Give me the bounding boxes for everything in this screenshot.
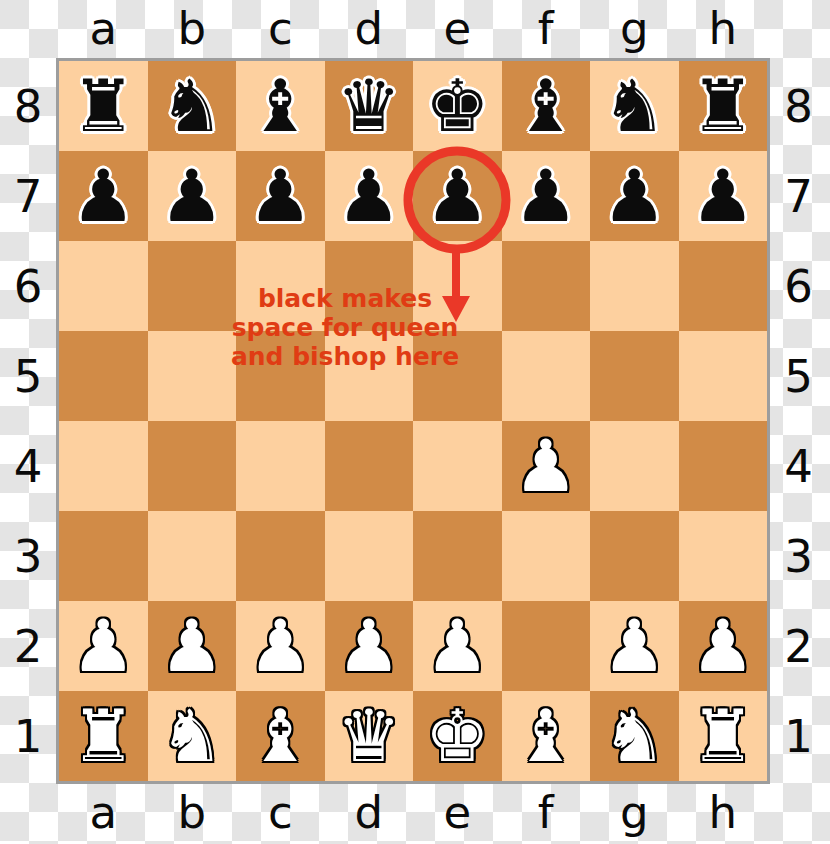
rank-label-right-1: 1: [767, 691, 830, 781]
white-pawn[interactable]: ♟: [513, 430, 578, 502]
annotation-line-1: black makes: [190, 284, 500, 313]
file-label-bottom-c: c: [236, 783, 325, 841]
square-e1[interactable]: ♚: [413, 691, 502, 781]
file-label-bottom-b: b: [148, 783, 237, 841]
rank-label-right-6: 6: [767, 241, 830, 331]
rank-label-left-1: 1: [0, 691, 56, 781]
white-pawn[interactable]: ♟: [425, 610, 490, 682]
file-label-top-e: e: [413, 0, 502, 57]
rank-label-right-5: 5: [767, 331, 830, 421]
rank-label-right-8: 8: [767, 61, 830, 151]
square-c8[interactable]: ♝: [236, 61, 325, 151]
file-label-bottom-d: d: [325, 783, 414, 841]
rank-labels-left: 87654321: [0, 61, 56, 781]
annotation-line-2: space for queen: [190, 313, 500, 342]
white-queen[interactable]: ♛: [336, 700, 401, 772]
square-g7[interactable]: ♟: [590, 151, 679, 241]
white-rook[interactable]: ♜: [71, 700, 136, 772]
black-pawn[interactable]: ♟: [690, 160, 755, 232]
square-f3[interactable]: [502, 511, 591, 601]
rank-label-right-2: 2: [767, 601, 830, 691]
square-c7[interactable]: ♟: [236, 151, 325, 241]
square-c3[interactable]: [236, 511, 325, 601]
square-f5[interactable]: [502, 331, 591, 421]
square-d2[interactable]: ♟: [325, 601, 414, 691]
square-b7[interactable]: ♟: [148, 151, 237, 241]
rank-label-left-8: 8: [0, 61, 56, 151]
annotation-text: black makes space for queen and bishop h…: [190, 284, 500, 371]
white-bishop[interactable]: ♝: [513, 700, 578, 772]
annotation-line-3: and bishop here: [190, 342, 500, 371]
square-e4[interactable]: [413, 421, 502, 511]
black-bishop[interactable]: ♝: [248, 70, 313, 142]
black-pawn[interactable]: ♟: [159, 160, 224, 232]
square-a5[interactable]: [59, 331, 148, 421]
square-h3[interactable]: [679, 511, 768, 601]
square-b3[interactable]: [148, 511, 237, 601]
white-pawn[interactable]: ♟: [336, 610, 401, 682]
square-e8[interactable]: ♚: [413, 61, 502, 151]
file-labels-bottom: abcdefgh: [59, 783, 767, 841]
rank-label-left-2: 2: [0, 601, 56, 691]
black-rook[interactable]: ♜: [690, 70, 755, 142]
square-e2[interactable]: ♟: [413, 601, 502, 691]
square-h1[interactable]: ♜: [679, 691, 768, 781]
square-f7[interactable]: ♟: [502, 151, 591, 241]
black-pawn[interactable]: ♟: [513, 160, 578, 232]
square-a2[interactable]: ♟: [59, 601, 148, 691]
white-pawn[interactable]: ♟: [159, 610, 224, 682]
rank-label-left-4: 4: [0, 421, 56, 511]
square-c2[interactable]: ♟: [236, 601, 325, 691]
black-pawn[interactable]: ♟: [602, 160, 667, 232]
square-b1[interactable]: ♞: [148, 691, 237, 781]
square-f1[interactable]: ♝: [502, 691, 591, 781]
black-queen[interactable]: ♛: [336, 70, 401, 142]
black-pawn[interactable]: ♟: [336, 160, 401, 232]
file-label-top-f: f: [502, 0, 591, 57]
black-bishop[interactable]: ♝: [513, 70, 578, 142]
square-a3[interactable]: [59, 511, 148, 601]
square-f4[interactable]: ♟: [502, 421, 591, 511]
black-knight[interactable]: ♞: [602, 70, 667, 142]
square-g1[interactable]: ♞: [590, 691, 679, 781]
black-rook[interactable]: ♜: [71, 70, 136, 142]
square-b4[interactable]: [148, 421, 237, 511]
chess-board: ♜♞♝♛♚♝♞♜♟♟♟♟♟♟♟♟♟♟♟♟♟♟♟♟♜♞♝♛♚♝♞♜: [56, 58, 770, 784]
white-bishop[interactable]: ♝: [248, 700, 313, 772]
square-g5[interactable]: [590, 331, 679, 421]
square-h7[interactable]: ♟: [679, 151, 768, 241]
square-d8[interactable]: ♛: [325, 61, 414, 151]
file-label-top-g: g: [590, 0, 679, 57]
square-a7[interactable]: ♟: [59, 151, 148, 241]
file-label-top-d: d: [325, 0, 414, 57]
white-knight[interactable]: ♞: [159, 700, 224, 772]
file-label-bottom-e: e: [413, 783, 502, 841]
file-labels-top: abcdefgh: [59, 0, 767, 57]
white-knight[interactable]: ♞: [602, 700, 667, 772]
square-e3[interactable]: [413, 511, 502, 601]
square-a4[interactable]: [59, 421, 148, 511]
square-c1[interactable]: ♝: [236, 691, 325, 781]
square-f2[interactable]: [502, 601, 591, 691]
white-pawn[interactable]: ♟: [602, 610, 667, 682]
square-b2[interactable]: ♟: [148, 601, 237, 691]
rank-label-left-5: 5: [0, 331, 56, 421]
square-f8[interactable]: ♝: [502, 61, 591, 151]
square-b8[interactable]: ♞: [148, 61, 237, 151]
rank-label-right-7: 7: [767, 151, 830, 241]
square-g2[interactable]: ♟: [590, 601, 679, 691]
file-label-top-c: c: [236, 0, 325, 57]
black-pawn[interactable]: ♟: [425, 160, 490, 232]
rank-label-right-4: 4: [767, 421, 830, 511]
square-h2[interactable]: ♟: [679, 601, 768, 691]
file-label-top-a: a: [59, 0, 148, 57]
white-rook[interactable]: ♜: [690, 700, 755, 772]
square-g4[interactable]: [590, 421, 679, 511]
file-label-bottom-h: h: [679, 783, 768, 841]
square-h4[interactable]: [679, 421, 768, 511]
square-a8[interactable]: ♜: [59, 61, 148, 151]
square-f6[interactable]: [502, 241, 591, 331]
rank-label-left-6: 6: [0, 241, 56, 331]
white-king[interactable]: ♚: [425, 700, 490, 772]
black-pawn[interactable]: ♟: [248, 160, 313, 232]
square-h8[interactable]: ♜: [679, 61, 768, 151]
file-label-bottom-a: a: [59, 783, 148, 841]
white-pawn[interactable]: ♟: [71, 610, 136, 682]
square-d1[interactable]: ♛: [325, 691, 414, 781]
file-label-bottom-g: g: [590, 783, 679, 841]
rank-label-right-3: 3: [767, 511, 830, 601]
square-h6[interactable]: [679, 241, 768, 331]
white-pawn[interactable]: ♟: [248, 610, 313, 682]
square-d7[interactable]: ♟: [325, 151, 414, 241]
rank-labels-right: 87654321: [767, 61, 830, 781]
square-g3[interactable]: [590, 511, 679, 601]
rank-label-left-7: 7: [0, 151, 56, 241]
square-a6[interactable]: [59, 241, 148, 331]
square-d3[interactable]: [325, 511, 414, 601]
file-label-top-h: h: [679, 0, 768, 57]
square-g8[interactable]: ♞: [590, 61, 679, 151]
black-king[interactable]: ♚: [425, 70, 490, 142]
file-label-bottom-f: f: [502, 783, 591, 841]
square-c4[interactable]: [236, 421, 325, 511]
square-h5[interactable]: [679, 331, 768, 421]
square-e7[interactable]: ♟: [413, 151, 502, 241]
square-d4[interactable]: [325, 421, 414, 511]
black-pawn[interactable]: ♟: [71, 160, 136, 232]
black-knight[interactable]: ♞: [159, 70, 224, 142]
rank-label-left-3: 3: [0, 511, 56, 601]
white-pawn[interactable]: ♟: [690, 610, 755, 682]
square-a1[interactable]: ♜: [59, 691, 148, 781]
square-g6[interactable]: [590, 241, 679, 331]
file-label-top-b: b: [148, 0, 237, 57]
chess-diagram: abcdefgh 87654321 87654321 abcdefgh ♜♞♝♛…: [0, 0, 830, 844]
